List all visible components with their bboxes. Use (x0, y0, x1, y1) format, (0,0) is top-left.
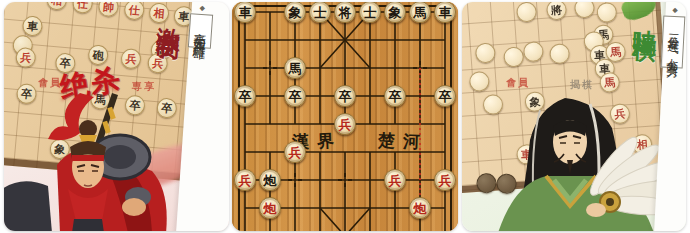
piece-将-black: 将 (334, 2, 356, 23)
piece-將-black: 將 (546, 2, 567, 21)
piece-facedown (516, 2, 537, 23)
piece-炮-red: 炮 (409, 197, 431, 219)
piece-facedown (574, 2, 595, 19)
piece-馬-black: 馬 (284, 57, 306, 79)
piece-卒-black: 卒 (434, 85, 456, 107)
right-title: 味揭棋 (634, 9, 659, 22)
left-title: 激赛制 (158, 7, 183, 21)
piece-兵-red: 兵 (147, 52, 169, 74)
left-subtitle: 高手如云决一雌雄 (193, 23, 208, 40)
piece-兵-red: 兵 (120, 48, 142, 70)
piece-車-black: 車 (234, 2, 256, 23)
app-store-screenshots: 相仕帥仕相車車兵卒砲兵車兵馬卒卒卒象将士象 會員 専享 绝杀 (0, 0, 690, 233)
piece-卒-black: 卒 (234, 85, 256, 107)
watermark-member: 會員 (506, 76, 530, 90)
piece-facedown (503, 46, 524, 67)
hand (122, 198, 146, 216)
red-headband (72, 155, 104, 161)
screenshot-card-middle[interactable]: 漢界 楚河 車象士将士象馬車馬卒卒卒卒卒兵兵兵炮兵兵炮炮 (232, 2, 458, 231)
hand (586, 203, 606, 217)
piece-兵-red: 兵 (15, 47, 37, 69)
left-shoulder-armor (4, 181, 52, 231)
left-subtitle-box: ◆ 高手如云决一雌雄 ◆ (188, 13, 213, 48)
screenshot-card-left[interactable]: 相仕帥仕相車車兵卒砲兵車兵馬卒卒卒象将士象 會員 専享 绝杀 (4, 2, 229, 231)
piece-兵-red: 兵 (434, 169, 456, 191)
piece-馬-black: 馬 (409, 2, 431, 23)
piece-炮-red: 炮 (259, 197, 281, 219)
piece-仕-red: 仕 (72, 2, 94, 14)
piece-卒-black: 卒 (384, 85, 406, 107)
watermark-mode: 揭棋 (570, 78, 594, 92)
piece-象-black: 象 (384, 2, 406, 23)
piece-帥-red: 帥 (98, 2, 120, 17)
scholar-character (470, 98, 675, 231)
piece-facedown (596, 2, 617, 23)
piece-兵-red: 兵 (334, 113, 356, 135)
river-label-chuhe: 楚河 (378, 129, 429, 154)
piece-卒-black: 卒 (334, 85, 356, 107)
piece-仕-red: 仕 (123, 2, 145, 21)
screenshot-card-right[interactable]: 將馬車馬車馬象兵相車 會員 揭棋 (462, 2, 686, 231)
warrior-character (4, 93, 172, 231)
piece-facedown (549, 43, 570, 64)
piece-車-black: 車 (434, 2, 456, 23)
piece-facedown (475, 42, 496, 63)
piece-兵-red: 兵 (384, 169, 406, 191)
piece-象-black: 象 (284, 2, 306, 23)
piece-卒-black: 卒 (284, 85, 306, 107)
right-subtitle-box: ◆ 三分靠运气 七分靠实力 ◆ (661, 15, 685, 68)
watermark-vip: 専享 (132, 80, 156, 94)
right-subtitle: 三分靠运气 七分靠实力 (667, 25, 681, 60)
piece-馬-red: 馬 (599, 72, 620, 93)
piece-車-black: 車 (22, 15, 44, 37)
piece-兵-red: 兵 (234, 169, 256, 191)
piece-炮-black: 炮 (259, 169, 281, 191)
piece-facedown (469, 71, 490, 92)
piece-兵-red: 兵 (284, 141, 306, 163)
piece-士-black: 士 (359, 2, 381, 23)
piece-相-red: 相 (46, 2, 68, 11)
piece-士-black: 士 (309, 2, 331, 23)
piece-facedown (523, 41, 544, 62)
